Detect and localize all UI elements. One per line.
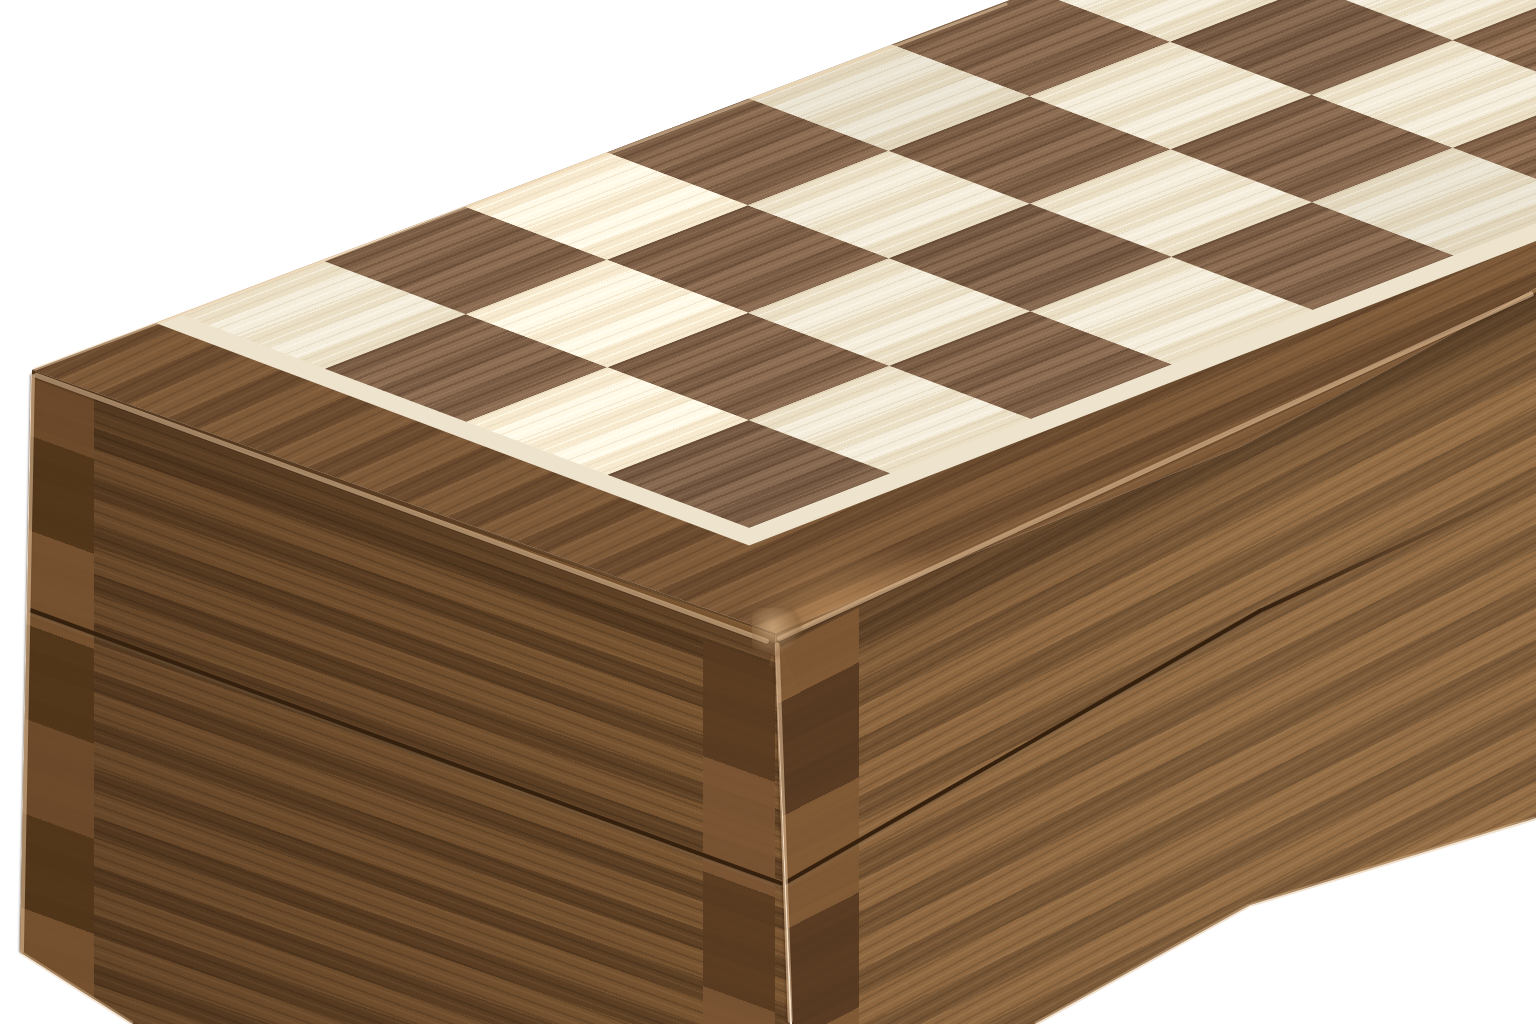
finger-joints-near-corner-end <box>703 641 775 1024</box>
rounded-near-corner <box>752 608 804 660</box>
product-photo-stage <box>0 0 1536 1024</box>
lid-seam-long-face-fade <box>1261 481 1536 612</box>
